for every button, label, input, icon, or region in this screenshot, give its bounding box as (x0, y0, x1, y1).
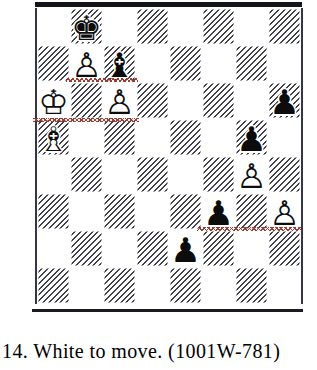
red-squiggle-artifact (197, 227, 302, 231)
black-pawn-piece: ♟ (268, 83, 301, 120)
square-b6 (70, 82, 103, 119)
square-c2 (103, 230, 136, 267)
square-a2 (37, 230, 70, 267)
square-g4: ♟♙ (235, 156, 268, 193)
square-f3: ♟ (202, 193, 235, 230)
chess-diagram-page: ♚♟♙♝♚♔♟♙♟♝♗♟♟♙♟♟♙♟ 14. White to move. (1… (0, 0, 317, 370)
square-b5 (70, 119, 103, 156)
square-c7: ♝ (103, 45, 136, 82)
square-h1 (268, 267, 301, 304)
square-f1 (202, 267, 235, 304)
square-e5 (169, 119, 202, 156)
square-a5: ♝♗ (37, 119, 70, 156)
square-a7 (37, 45, 70, 82)
square-c6: ♟♙ (103, 82, 136, 119)
square-c4 (103, 156, 136, 193)
square-f6 (202, 82, 235, 119)
square-a8 (37, 8, 70, 45)
white-piece-outline-layer: ♙ (103, 83, 136, 120)
white-piece-outline-layer: ♙ (268, 194, 301, 231)
square-g2 (235, 230, 268, 267)
square-d3 (136, 193, 169, 230)
square-a4 (37, 156, 70, 193)
square-g7 (235, 45, 268, 82)
square-b3 (70, 193, 103, 230)
white-piece-outline-layer: ♗ (37, 120, 70, 157)
chess-board: ♚♟♙♝♚♔♟♙♟♝♗♟♟♙♟♟♙♟ (35, 8, 303, 304)
square-f5 (202, 119, 235, 156)
white-king-piece: ♚♔ (37, 83, 70, 120)
square-b4 (70, 156, 103, 193)
square-b8: ♚ (70, 8, 103, 45)
square-h3: ♟♙ (268, 193, 301, 230)
square-e8 (169, 8, 202, 45)
white-pawn-piece: ♟♙ (235, 157, 268, 194)
square-h4 (268, 156, 301, 193)
square-f8 (202, 8, 235, 45)
board-top-border (35, 2, 302, 7)
square-h6: ♟ (268, 82, 301, 119)
square-f2 (202, 230, 235, 267)
square-h8 (268, 8, 301, 45)
square-d6 (136, 82, 169, 119)
square-d1 (136, 267, 169, 304)
red-squiggle-artifact (66, 78, 138, 82)
square-e6 (169, 82, 202, 119)
black-pawn-piece: ♟ (235, 120, 268, 157)
square-g6 (235, 82, 268, 119)
square-b7: ♟♙ (70, 45, 103, 82)
square-a6: ♚♔ (37, 82, 70, 119)
square-b2 (70, 230, 103, 267)
white-piece-outline-layer: ♔ (37, 83, 70, 120)
square-a1 (37, 267, 70, 304)
square-f7 (202, 45, 235, 82)
white-bishop-piece: ♝♗ (37, 120, 70, 157)
square-f4 (202, 156, 235, 193)
square-d5 (136, 119, 169, 156)
square-g3 (235, 193, 268, 230)
square-d2 (136, 230, 169, 267)
black-pawn-piece: ♟ (169, 231, 202, 268)
square-d7 (136, 45, 169, 82)
square-h7 (268, 45, 301, 82)
diagram-caption: 14. White to move. (1001W-781) (2, 340, 316, 363)
black-pawn-piece: ♟ (202, 194, 235, 231)
square-d4 (136, 156, 169, 193)
square-g5: ♟ (235, 119, 268, 156)
square-e4 (169, 156, 202, 193)
square-a3 (37, 193, 70, 230)
square-e3 (169, 193, 202, 230)
red-squiggle-artifact (33, 118, 139, 122)
square-c5 (103, 119, 136, 156)
board-bottom-rule (32, 309, 303, 312)
square-b1 (70, 267, 103, 304)
square-c1 (103, 267, 136, 304)
white-pawn-piece: ♟♙ (103, 83, 136, 120)
square-c8 (103, 8, 136, 45)
white-pawn-piece: ♟♙ (268, 194, 301, 231)
square-h2 (268, 230, 301, 267)
square-g8 (235, 8, 268, 45)
square-c3 (103, 193, 136, 230)
square-g1 (235, 267, 268, 304)
square-h5 (268, 119, 301, 156)
square-d8 (136, 8, 169, 45)
square-e7 (169, 45, 202, 82)
square-e2: ♟ (169, 230, 202, 267)
white-piece-outline-layer: ♙ (235, 157, 268, 194)
square-e1 (169, 267, 202, 304)
black-king-piece: ♚ (70, 9, 103, 46)
